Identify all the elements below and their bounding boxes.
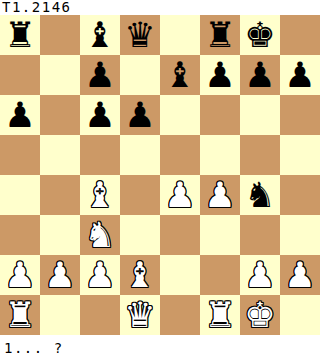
square-a8[interactable]: ♜ bbox=[0, 15, 40, 55]
white-bishop: ♝ bbox=[84, 175, 115, 215]
square-a4[interactable] bbox=[0, 175, 40, 215]
square-e3[interactable] bbox=[160, 215, 200, 255]
square-a6[interactable]: ♟ bbox=[0, 95, 40, 135]
white-rook: ♜ bbox=[204, 295, 235, 335]
square-g8[interactable]: ♚ bbox=[240, 15, 280, 55]
square-e4[interactable]: ♟ bbox=[160, 175, 200, 215]
square-a7[interactable] bbox=[0, 55, 40, 95]
square-d4[interactable] bbox=[120, 175, 160, 215]
square-d3[interactable] bbox=[120, 215, 160, 255]
square-b6[interactable] bbox=[40, 95, 80, 135]
white-king: ♚ bbox=[244, 295, 275, 335]
black-pawn: ♟ bbox=[124, 95, 155, 135]
square-a2[interactable]: ♟ bbox=[0, 255, 40, 295]
square-f1[interactable]: ♜ bbox=[200, 295, 240, 335]
square-b3[interactable] bbox=[40, 215, 80, 255]
square-e6[interactable] bbox=[160, 95, 200, 135]
square-d6[interactable]: ♟ bbox=[120, 95, 160, 135]
square-e8[interactable] bbox=[160, 15, 200, 55]
white-pawn: ♟ bbox=[4, 255, 35, 295]
square-b8[interactable] bbox=[40, 15, 80, 55]
square-h2[interactable]: ♟ bbox=[280, 255, 320, 295]
black-pawn: ♟ bbox=[4, 95, 35, 135]
square-f2[interactable] bbox=[200, 255, 240, 295]
square-b5[interactable] bbox=[40, 135, 80, 175]
square-e2[interactable] bbox=[160, 255, 200, 295]
white-pawn: ♟ bbox=[44, 255, 75, 295]
square-c1[interactable] bbox=[80, 295, 120, 335]
square-d1[interactable]: ♛ bbox=[120, 295, 160, 335]
white-pawn: ♟ bbox=[164, 175, 195, 215]
square-h1[interactable] bbox=[280, 295, 320, 335]
white-pawn: ♟ bbox=[284, 255, 315, 295]
square-c5[interactable] bbox=[80, 135, 120, 175]
square-a1[interactable]: ♜ bbox=[0, 295, 40, 335]
square-b7[interactable] bbox=[40, 55, 80, 95]
black-knight: ♞ bbox=[244, 175, 275, 215]
white-pawn: ♟ bbox=[84, 255, 115, 295]
square-b4[interactable] bbox=[40, 175, 80, 215]
square-h4[interactable] bbox=[280, 175, 320, 215]
square-h7[interactable]: ♟ bbox=[280, 55, 320, 95]
black-pawn: ♟ bbox=[84, 55, 115, 95]
white-knight: ♞ bbox=[84, 215, 115, 255]
puzzle-id: T1.2146 bbox=[0, 0, 72, 15]
square-g7[interactable]: ♟ bbox=[240, 55, 280, 95]
square-b2[interactable]: ♟ bbox=[40, 255, 80, 295]
black-pawn: ♟ bbox=[84, 95, 115, 135]
square-g2[interactable]: ♟ bbox=[240, 255, 280, 295]
square-d8[interactable]: ♛ bbox=[120, 15, 160, 55]
square-g6[interactable] bbox=[240, 95, 280, 135]
square-c8[interactable]: ♝ bbox=[80, 15, 120, 55]
square-d2[interactable]: ♝ bbox=[120, 255, 160, 295]
chess-board: ♜♝♛♜♚♟♝♟♟♟♟♟♟♝♟♟♞♞♟♟♟♝♟♟♜♛♜♚ bbox=[0, 15, 320, 335]
black-queen: ♛ bbox=[124, 15, 155, 55]
black-king: ♚ bbox=[244, 15, 275, 55]
black-rook: ♜ bbox=[4, 15, 35, 55]
black-pawn: ♟ bbox=[284, 55, 315, 95]
white-queen: ♛ bbox=[124, 295, 155, 335]
square-f8[interactable]: ♜ bbox=[200, 15, 240, 55]
square-b1[interactable] bbox=[40, 295, 80, 335]
square-h5[interactable] bbox=[280, 135, 320, 175]
square-c6[interactable]: ♟ bbox=[80, 95, 120, 135]
square-e1[interactable] bbox=[160, 295, 200, 335]
black-pawn: ♟ bbox=[204, 55, 235, 95]
square-a5[interactable] bbox=[0, 135, 40, 175]
white-pawn: ♟ bbox=[204, 175, 235, 215]
square-f7[interactable]: ♟ bbox=[200, 55, 240, 95]
square-f6[interactable] bbox=[200, 95, 240, 135]
white-pawn: ♟ bbox=[244, 255, 275, 295]
header-bar: T1.2146 bbox=[0, 0, 320, 15]
square-g1[interactable]: ♚ bbox=[240, 295, 280, 335]
square-g5[interactable] bbox=[240, 135, 280, 175]
black-bishop: ♝ bbox=[164, 55, 195, 95]
square-d5[interactable] bbox=[120, 135, 160, 175]
square-e7[interactable]: ♝ bbox=[160, 55, 200, 95]
square-f3[interactable] bbox=[200, 215, 240, 255]
square-e5[interactable] bbox=[160, 135, 200, 175]
square-f4[interactable]: ♟ bbox=[200, 175, 240, 215]
square-c4[interactable]: ♝ bbox=[80, 175, 120, 215]
square-c7[interactable]: ♟ bbox=[80, 55, 120, 95]
square-g4[interactable]: ♞ bbox=[240, 175, 280, 215]
footer-bar: 1... ? bbox=[0, 335, 320, 360]
square-h6[interactable] bbox=[280, 95, 320, 135]
black-bishop: ♝ bbox=[84, 15, 115, 55]
square-a3[interactable] bbox=[0, 215, 40, 255]
black-rook: ♜ bbox=[204, 15, 235, 55]
square-f5[interactable] bbox=[200, 135, 240, 175]
white-rook: ♜ bbox=[4, 295, 35, 335]
black-pawn: ♟ bbox=[244, 55, 275, 95]
square-h3[interactable] bbox=[280, 215, 320, 255]
square-d7[interactable] bbox=[120, 55, 160, 95]
square-h8[interactable] bbox=[280, 15, 320, 55]
square-c2[interactable]: ♟ bbox=[80, 255, 120, 295]
move-prompt: 1... ? bbox=[0, 340, 64, 356]
white-bishop: ♝ bbox=[124, 255, 155, 295]
square-c3[interactable]: ♞ bbox=[80, 215, 120, 255]
square-g3[interactable] bbox=[240, 215, 280, 255]
